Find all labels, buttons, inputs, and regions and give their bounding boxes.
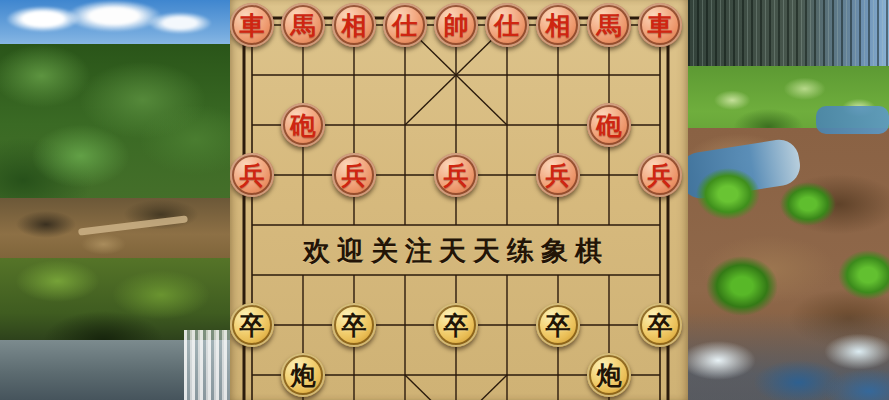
piece-red-相-f7r0[interactable]: 相 [536,3,580,47]
piece-red-馬-f8r0[interactable]: 馬 [587,3,631,47]
piece-red-砲-f8r2[interactable]: 砲 [587,103,631,147]
xiangqi-board[interactable]: 欢迎关注天天练象棋 車馬相仕帥仕相馬車砲砲兵兵兵兵兵卒卒卒卒卒炮炮 [230,0,688,400]
piece-red-兵-f9r3[interactable]: 兵 [638,153,682,197]
piece-black-卒-f3r6[interactable]: 卒 [332,303,376,347]
waterfall [184,330,230,400]
piece-black-卒-f1r6[interactable]: 卒 [230,303,274,347]
grass-tuft [706,256,778,316]
piece-red-兵-f5r3[interactable]: 兵 [434,153,478,197]
water-pool [816,106,889,134]
piece-red-砲-f2r2[interactable]: 砲 [281,103,325,147]
piece-red-馬-f2r0[interactable]: 馬 [281,3,325,47]
screenshot-stage: 欢迎关注天天练象棋 車馬相仕帥仕相馬車砲砲兵兵兵兵兵卒卒卒卒卒炮炮 [0,0,889,400]
piece-red-車-f1r0[interactable]: 車 [230,3,274,47]
grass-tuft [780,182,836,226]
piece-red-帥-f5r0[interactable]: 帥 [434,3,478,47]
grass-tuft [696,168,760,220]
pieces-layer: 車馬相仕帥仕相馬車砲砲兵兵兵兵兵卒卒卒卒卒炮炮 [230,0,688,400]
piece-red-兵-f3r3[interactable]: 兵 [332,153,376,197]
background-photo-right [688,0,889,400]
piece-red-車-f9r0[interactable]: 車 [638,3,682,47]
piece-red-相-f3r0[interactable]: 相 [332,3,376,47]
piece-black-卒-f7r6[interactable]: 卒 [536,303,580,347]
piece-black-卒-f5r6[interactable]: 卒 [434,303,478,347]
cloud [148,12,212,34]
piece-red-兵-f1r3[interactable]: 兵 [230,153,274,197]
piece-black-炮-f2r7[interactable]: 炮 [281,353,325,397]
piece-red-仕-f6r0[interactable]: 仕 [485,3,529,47]
piece-black-炮-f8r7[interactable]: 炮 [587,353,631,397]
grass-tuft [838,250,889,300]
piece-black-卒-f9r6[interactable]: 卒 [638,303,682,347]
cloud [66,0,162,32]
piece-red-仕-f4r0[interactable]: 仕 [383,3,427,47]
forest-canopy [0,44,230,204]
piece-red-兵-f7r3[interactable]: 兵 [536,153,580,197]
white-rapids [688,312,889,400]
background-photo-left [0,0,230,400]
